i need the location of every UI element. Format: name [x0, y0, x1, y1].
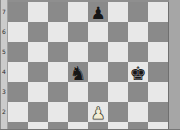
- square-f7[interactable]: [108, 2, 128, 22]
- square-c2[interactable]: [48, 102, 68, 122]
- square-h4[interactable]: [148, 62, 168, 82]
- square-a3[interactable]: [8, 82, 28, 102]
- square-f4[interactable]: [108, 62, 128, 82]
- square-h3[interactable]: [148, 82, 168, 102]
- square-b3[interactable]: [28, 82, 48, 102]
- square-c3[interactable]: [48, 82, 68, 102]
- square-f3[interactable]: [108, 82, 128, 102]
- square-h7[interactable]: [148, 2, 168, 22]
- square-g2[interactable]: [128, 102, 148, 122]
- square-g3[interactable]: [128, 82, 148, 102]
- square-c7[interactable]: [48, 2, 68, 22]
- square-e6[interactable]: [88, 22, 108, 42]
- rank-label-7: 7: [1, 2, 7, 22]
- square-h2[interactable]: [148, 102, 168, 122]
- square-e5[interactable]: [88, 42, 108, 62]
- square-c5[interactable]: [48, 42, 68, 62]
- square-d3[interactable]: [68, 82, 88, 102]
- square-d2[interactable]: [68, 102, 88, 122]
- rank-label-3: 3: [1, 82, 7, 102]
- square-g5[interactable]: [128, 42, 148, 62]
- white-pawn-piece[interactable]: ♟: [90, 103, 105, 123]
- square-f5[interactable]: [108, 42, 128, 62]
- square-d4[interactable]: ♞: [68, 62, 88, 82]
- square-a2[interactable]: [8, 102, 28, 122]
- board-bottom-edge: [0, 129, 180, 130]
- square-c4[interactable]: [48, 62, 68, 82]
- rank-label-5: 5: [1, 42, 7, 62]
- square-b7[interactable]: [28, 2, 48, 22]
- square-a6[interactable]: [8, 22, 28, 42]
- square-g7[interactable]: [128, 2, 148, 22]
- square-h6[interactable]: [148, 22, 168, 42]
- square-d7[interactable]: [68, 2, 88, 22]
- rank-label-2: 2: [1, 102, 7, 122]
- rank-label-4: 4: [1, 62, 7, 82]
- square-f2[interactable]: [108, 102, 128, 122]
- square-e2[interactable]: ♟: [88, 102, 108, 122]
- board-top-edge: [8, 0, 169, 2]
- black-knight-piece[interactable]: ♞: [69, 63, 86, 83]
- square-c6[interactable]: [48, 22, 68, 42]
- square-d5[interactable]: [68, 42, 88, 62]
- square-b5[interactable]: [28, 42, 48, 62]
- chess-board-window: 765432 ♟♞♚♟: [0, 0, 180, 130]
- square-b6[interactable]: [28, 22, 48, 42]
- square-b4[interactable]: [28, 62, 48, 82]
- square-a7[interactable]: [8, 2, 28, 22]
- chess-board[interactable]: ♟♞♚♟: [8, 0, 169, 130]
- square-e3[interactable]: [88, 82, 108, 102]
- square-h5[interactable]: [148, 42, 168, 62]
- square-e7[interactable]: ♟: [88, 2, 108, 22]
- square-f6[interactable]: [108, 22, 128, 42]
- square-g6[interactable]: [128, 22, 148, 42]
- square-e4[interactable]: [88, 62, 108, 82]
- square-a5[interactable]: [8, 42, 28, 62]
- rank-gutter: 765432: [0, 0, 8, 130]
- black-pawn-piece[interactable]: ♟: [90, 3, 105, 23]
- rank-label-6: 6: [1, 22, 7, 42]
- square-g4[interactable]: ♚: [128, 62, 148, 82]
- black-king-piece[interactable]: ♚: [129, 63, 146, 83]
- square-d6[interactable]: [68, 22, 88, 42]
- square-a4[interactable]: [8, 62, 28, 82]
- square-b2[interactable]: [28, 102, 48, 122]
